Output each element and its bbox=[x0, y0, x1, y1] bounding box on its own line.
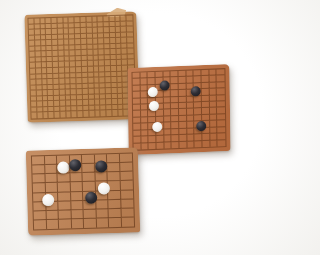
grid-cell bbox=[96, 218, 109, 227]
grid-cell bbox=[108, 190, 121, 199]
grid-cell bbox=[84, 218, 97, 227]
grid-cell bbox=[120, 163, 133, 172]
board-grid-13x13 bbox=[131, 68, 226, 151]
grid-cell bbox=[34, 211, 47, 220]
grid-cell bbox=[82, 173, 95, 182]
grid-cell bbox=[32, 174, 45, 183]
grid-cell bbox=[83, 182, 96, 191]
grid-cell bbox=[84, 209, 97, 218]
grid-cell bbox=[70, 173, 83, 182]
grid-cell bbox=[120, 172, 133, 181]
grid-cell bbox=[45, 174, 58, 183]
grid-cell bbox=[120, 190, 133, 199]
grid-cell bbox=[119, 154, 132, 163]
grid-cell bbox=[32, 156, 45, 165]
grid-cell bbox=[32, 165, 45, 174]
grid-cell bbox=[96, 200, 109, 209]
grid-cell bbox=[210, 140, 218, 147]
grid-cell bbox=[46, 210, 59, 219]
grid-cell bbox=[46, 220, 59, 229]
grid-cell bbox=[44, 156, 57, 165]
grid-cell bbox=[34, 220, 47, 229]
grid-cell bbox=[108, 200, 121, 209]
product-photo bbox=[0, 0, 255, 255]
grid-cell bbox=[121, 217, 134, 226]
grid-cell bbox=[95, 173, 108, 182]
grid-cell bbox=[172, 142, 180, 149]
grid-cell bbox=[179, 141, 187, 148]
go-board-19x19 bbox=[24, 11, 139, 122]
grid-cell bbox=[121, 208, 134, 217]
grid-cell bbox=[156, 142, 164, 149]
grid-cell bbox=[164, 142, 172, 149]
go-board-9x9 bbox=[26, 147, 140, 235]
grid-cell bbox=[121, 199, 134, 208]
grid-cell bbox=[45, 165, 58, 174]
grid-cell bbox=[45, 183, 58, 192]
grid-cell bbox=[58, 183, 71, 192]
grid-cell bbox=[109, 209, 122, 218]
grid-cell bbox=[96, 209, 109, 218]
grid-cell bbox=[218, 140, 226, 147]
grid-cell bbox=[202, 140, 210, 147]
grid-cell bbox=[149, 143, 157, 150]
grid-cell bbox=[187, 141, 195, 148]
grid-cell bbox=[70, 182, 83, 191]
grid-cell bbox=[57, 174, 70, 183]
grid-cell bbox=[120, 181, 133, 190]
grid-cell bbox=[107, 154, 120, 163]
grid-cell bbox=[82, 155, 95, 164]
grid-cell bbox=[107, 172, 120, 181]
grid-cell bbox=[59, 210, 72, 219]
grid-cell bbox=[59, 219, 72, 228]
grid-cell bbox=[33, 183, 46, 192]
grid-cell bbox=[71, 201, 84, 210]
grid-cell bbox=[71, 219, 84, 228]
go-board-13x13 bbox=[127, 64, 230, 155]
grid-cell bbox=[195, 141, 203, 148]
grid-cell bbox=[58, 201, 71, 210]
grid-cell bbox=[71, 210, 84, 219]
grid-cell bbox=[107, 163, 120, 172]
grid-cell bbox=[109, 218, 122, 227]
board-grid-19x19 bbox=[27, 14, 136, 119]
grid-cell bbox=[82, 164, 95, 173]
grid-cell bbox=[141, 143, 149, 150]
grid-cell bbox=[58, 192, 71, 201]
grid-cell bbox=[71, 192, 84, 201]
board-grid-9x9 bbox=[31, 153, 135, 231]
